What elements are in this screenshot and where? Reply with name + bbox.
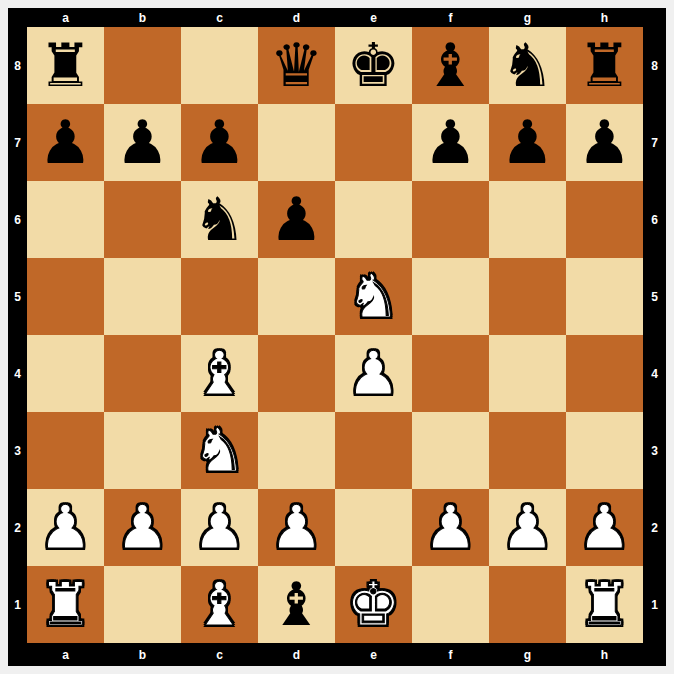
piece-white-pawn: ♟ [335,335,412,412]
piece-black-rook: ♜ [27,27,104,104]
square-f6[interactable] [412,181,489,258]
file-label-e: e [335,643,412,666]
rank-label-3: 3 [8,412,27,489]
square-g1[interactable] [489,566,566,643]
square-f2[interactable]: ♟ [412,489,489,566]
square-b4[interactable] [104,335,181,412]
rank-label-4: 4 [8,335,27,412]
square-h6[interactable] [566,181,643,258]
chess-board: ♜♛♚♝♞♜♟♟♟♟♟♟♞♟♞♝♟♞♟♟♟♟♟♟♟♜♝♝♚♜ [27,27,643,643]
square-g3[interactable] [489,412,566,489]
rank-labels-right: 87654321 [643,27,666,643]
square-a2[interactable]: ♟ [27,489,104,566]
square-e2[interactable] [335,489,412,566]
square-h3[interactable] [566,412,643,489]
piece-black-bishop: ♝ [258,566,335,643]
square-a7[interactable]: ♟ [27,104,104,181]
file-label-f: f [412,8,489,27]
square-d4[interactable] [258,335,335,412]
piece-white-pawn: ♟ [181,489,258,566]
piece-white-king: ♚ [335,566,412,643]
file-label-c: c [181,643,258,666]
file-label-h: h [566,8,643,27]
rank-label-3: 3 [643,412,666,489]
piece-white-bishop: ♝ [181,566,258,643]
file-label-e: e [335,8,412,27]
square-h8[interactable]: ♜ [566,27,643,104]
piece-black-rook: ♜ [566,27,643,104]
piece-white-pawn: ♟ [258,489,335,566]
file-label-b: b [104,643,181,666]
piece-black-queen: ♛ [258,27,335,104]
piece-black-bishop: ♝ [412,27,489,104]
file-label-c: c [181,8,258,27]
square-b8[interactable] [104,27,181,104]
square-f5[interactable] [412,258,489,335]
piece-white-pawn: ♟ [566,489,643,566]
file-labels-top: abcdefgh [27,8,643,27]
square-a4[interactable] [27,335,104,412]
square-g5[interactable] [489,258,566,335]
square-f8[interactable]: ♝ [412,27,489,104]
piece-white-bishop: ♝ [181,335,258,412]
square-h2[interactable]: ♟ [566,489,643,566]
square-a8[interactable]: ♜ [27,27,104,104]
square-b2[interactable]: ♟ [104,489,181,566]
square-h4[interactable] [566,335,643,412]
square-e7[interactable] [335,104,412,181]
rank-label-7: 7 [8,104,27,181]
file-label-g: g [489,643,566,666]
board-frame: abcdefgh abcdefgh 87654321 87654321 ♜♛♚♝… [8,8,666,666]
square-b7[interactable]: ♟ [104,104,181,181]
piece-white-rook: ♜ [566,566,643,643]
square-c1[interactable]: ♝ [181,566,258,643]
square-c4[interactable]: ♝ [181,335,258,412]
square-h1[interactable]: ♜ [566,566,643,643]
file-label-d: d [258,8,335,27]
rank-label-2: 2 [8,489,27,566]
rank-labels-left: 87654321 [8,27,27,643]
rank-label-4: 4 [643,335,666,412]
square-d7[interactable] [258,104,335,181]
piece-black-knight: ♞ [489,27,566,104]
rank-label-5: 5 [8,258,27,335]
square-a5[interactable] [27,258,104,335]
piece-white-knight: ♞ [335,258,412,335]
square-g2[interactable]: ♟ [489,489,566,566]
square-a6[interactable] [27,181,104,258]
piece-white-pawn: ♟ [104,489,181,566]
piece-white-pawn: ♟ [27,489,104,566]
square-f7[interactable]: ♟ [412,104,489,181]
square-e6[interactable] [335,181,412,258]
square-c6[interactable]: ♞ [181,181,258,258]
file-label-h: h [566,643,643,666]
square-b5[interactable] [104,258,181,335]
rank-label-1: 1 [643,566,666,643]
piece-black-pawn: ♟ [489,104,566,181]
rank-label-7: 7 [643,104,666,181]
file-labels-bottom: abcdefgh [27,643,643,666]
piece-white-knight: ♞ [181,412,258,489]
rank-label-5: 5 [643,258,666,335]
square-d1[interactable]: ♝ [258,566,335,643]
rank-label-8: 8 [643,27,666,104]
square-e8[interactable]: ♚ [335,27,412,104]
piece-black-pawn: ♟ [104,104,181,181]
square-f4[interactable] [412,335,489,412]
piece-white-rook: ♜ [27,566,104,643]
file-label-d: d [258,643,335,666]
file-label-g: g [489,8,566,27]
square-g4[interactable] [489,335,566,412]
piece-black-pawn: ♟ [412,104,489,181]
rank-label-2: 2 [643,489,666,566]
piece-white-pawn: ♟ [412,489,489,566]
square-g6[interactable] [489,181,566,258]
piece-black-pawn: ♟ [258,181,335,258]
square-h5[interactable] [566,258,643,335]
square-e5[interactable]: ♞ [335,258,412,335]
square-d2[interactable]: ♟ [258,489,335,566]
square-c2[interactable]: ♟ [181,489,258,566]
square-h7[interactable]: ♟ [566,104,643,181]
piece-black-knight: ♞ [181,181,258,258]
square-b3[interactable] [104,412,181,489]
piece-black-king: ♚ [335,27,412,104]
piece-black-pawn: ♟ [27,104,104,181]
rank-label-8: 8 [8,27,27,104]
square-g7[interactable]: ♟ [489,104,566,181]
rank-label-6: 6 [8,181,27,258]
square-c8[interactable] [181,27,258,104]
piece-black-pawn: ♟ [181,104,258,181]
square-d5[interactable] [258,258,335,335]
square-c7[interactable]: ♟ [181,104,258,181]
square-b1[interactable] [104,566,181,643]
square-e4[interactable]: ♟ [335,335,412,412]
square-g8[interactable]: ♞ [489,27,566,104]
square-a3[interactable] [27,412,104,489]
piece-black-pawn: ♟ [566,104,643,181]
square-a1[interactable]: ♜ [27,566,104,643]
square-f1[interactable] [412,566,489,643]
file-label-f: f [412,643,489,666]
square-c5[interactable] [181,258,258,335]
file-label-b: b [104,8,181,27]
square-e1[interactable]: ♚ [335,566,412,643]
piece-white-pawn: ♟ [489,489,566,566]
square-d3[interactable] [258,412,335,489]
square-f3[interactable] [412,412,489,489]
rank-label-6: 6 [643,181,666,258]
file-label-a: a [27,643,104,666]
square-c3[interactable]: ♞ [181,412,258,489]
rank-label-1: 1 [8,566,27,643]
square-d6[interactable]: ♟ [258,181,335,258]
square-e3[interactable] [335,412,412,489]
square-b6[interactable] [104,181,181,258]
square-d8[interactable]: ♛ [258,27,335,104]
file-label-a: a [27,8,104,27]
